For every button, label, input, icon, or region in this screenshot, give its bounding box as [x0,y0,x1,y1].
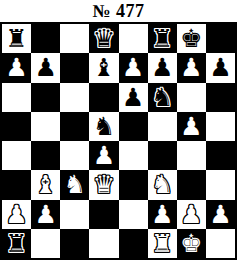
white-pawn: ♟ [5,202,27,227]
square-f3[interactable]: ♞ [148,170,177,199]
square-b4[interactable] [31,141,60,170]
square-h7[interactable]: ♟ [206,53,235,82]
white-pawn: ♟ [180,202,202,227]
square-f1[interactable]: ♜ [148,229,177,258]
square-f7[interactable]: ♟ [148,53,177,82]
square-g4[interactable] [177,141,206,170]
square-d5[interactable]: ♞ [89,112,118,141]
black-rook: ♜ [5,231,27,256]
square-f2[interactable]: ♟ [148,200,177,229]
square-c6[interactable] [60,83,89,112]
square-a6[interactable] [2,83,31,112]
square-g5[interactable]: ♟ [177,112,206,141]
square-b1[interactable] [31,229,60,258]
square-e3[interactable] [119,170,148,199]
white-rook: ♜ [151,231,173,256]
black-bishop: ♝ [93,55,115,80]
white-bishop: ♝ [34,172,56,197]
square-e6[interactable]: ♟ [119,83,148,112]
white-knight: ♞ [151,172,173,197]
square-d7[interactable]: ♝ [89,53,118,82]
black-knight: ♞ [93,114,115,139]
square-e8[interactable] [119,24,148,53]
black-rook: ♜ [5,26,27,51]
square-f5[interactable] [148,112,177,141]
black-pawn: ♟ [34,55,56,80]
square-a5[interactable] [2,112,31,141]
square-c2[interactable] [60,200,89,229]
square-c4[interactable] [60,141,89,170]
square-c8[interactable] [60,24,89,53]
black-knight: ♞ [151,85,173,110]
square-b2[interactable]: ♟ [31,200,60,229]
white-pawn: ♟ [209,202,231,227]
square-e5[interactable] [119,112,148,141]
puzzle-page: № 477 ♜♛♜♚♟♟♝♟♟♟♟♟♞♞♟♟♝♞♛♞♟♟♟♟♟♜♜♚ [0,0,237,260]
white-queen: ♛ [93,172,115,197]
square-d6[interactable] [89,83,118,112]
square-c5[interactable] [60,112,89,141]
square-f8[interactable]: ♜ [148,24,177,53]
square-d1[interactable] [89,229,118,258]
white-pawn: ♟ [180,114,202,139]
square-a8[interactable]: ♜ [2,24,31,53]
black-pawn: ♟ [122,85,144,110]
square-h3[interactable] [206,170,235,199]
square-b3[interactable]: ♝ [31,170,60,199]
square-a4[interactable] [2,141,31,170]
square-h8[interactable] [206,24,235,53]
black-pawn: ♟ [209,55,231,80]
square-e1[interactable] [119,229,148,258]
square-h4[interactable] [206,141,235,170]
square-b7[interactable]: ♟ [31,53,60,82]
square-c1[interactable] [60,229,89,258]
square-a2[interactable]: ♟ [2,200,31,229]
square-a7[interactable]: ♟ [2,53,31,82]
square-a1[interactable]: ♜ [2,229,31,258]
white-pawn: ♟ [122,55,144,80]
square-d2[interactable] [89,200,118,229]
white-pawn: ♟ [180,55,202,80]
square-e7[interactable]: ♟ [119,53,148,82]
black-pawn: ♟ [151,55,173,80]
white-pawn: ♟ [5,55,27,80]
square-c3[interactable]: ♞ [60,170,89,199]
square-g7[interactable]: ♟ [177,53,206,82]
chess-board: ♜♛♜♚♟♟♝♟♟♟♟♟♞♞♟♟♝♞♛♞♟♟♟♟♟♜♜♚ [0,22,237,260]
black-king: ♚ [180,26,202,51]
black-queen: ♛ [93,26,115,51]
square-g8[interactable]: ♚ [177,24,206,53]
square-c7[interactable] [60,53,89,82]
puzzle-number: № 477 [0,0,237,22]
square-e2[interactable] [119,200,148,229]
square-d4[interactable]: ♟ [89,141,118,170]
square-g2[interactable]: ♟ [177,200,206,229]
square-b8[interactable] [31,24,60,53]
square-g1[interactable]: ♚ [177,229,206,258]
square-h2[interactable]: ♟ [206,200,235,229]
square-g3[interactable] [177,170,206,199]
square-g6[interactable] [177,83,206,112]
square-b6[interactable] [31,83,60,112]
white-king: ♚ [180,231,202,256]
white-pawn: ♟ [34,202,56,227]
square-h6[interactable] [206,83,235,112]
white-knight: ♞ [64,172,86,197]
square-f6[interactable]: ♞ [148,83,177,112]
square-a3[interactable] [2,170,31,199]
square-h1[interactable] [206,229,235,258]
square-f4[interactable] [148,141,177,170]
square-h5[interactable] [206,112,235,141]
square-d3[interactable]: ♛ [89,170,118,199]
square-e4[interactable] [119,141,148,170]
white-pawn: ♟ [151,202,173,227]
white-pawn: ♟ [93,143,115,168]
square-d8[interactable]: ♛ [89,24,118,53]
black-rook: ♜ [151,26,173,51]
square-b5[interactable] [31,112,60,141]
